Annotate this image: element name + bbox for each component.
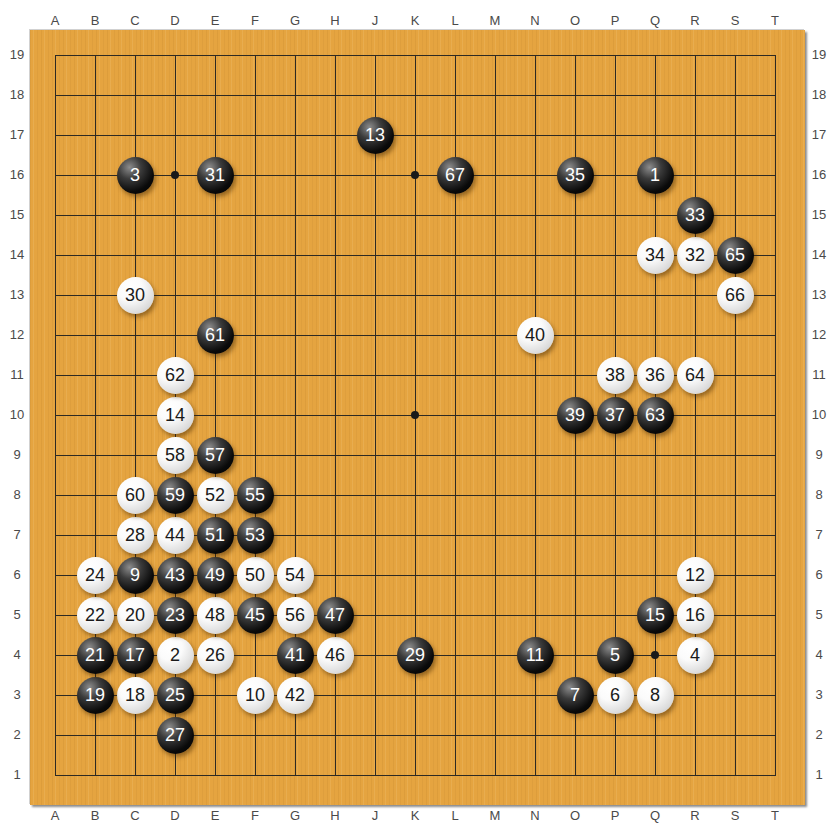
stone-white-20-c5: 20 — [117, 597, 154, 634]
move-number: 15 — [645, 606, 665, 624]
move-number: 30 — [125, 286, 145, 304]
grid-line-vertical — [775, 55, 776, 776]
coord-label-top-e: E — [202, 13, 228, 28]
coord-label-left-14: 14 — [4, 247, 30, 262]
stone-white-64-r11: 64 — [677, 357, 714, 394]
move-number: 2 — [170, 646, 180, 664]
stone-white-38-p11: 38 — [597, 357, 634, 394]
stone-black-3-c16: 3 — [117, 157, 154, 194]
stone-white-10-f3: 10 — [237, 677, 274, 714]
coord-label-top-d: D — [162, 13, 188, 28]
coord-label-right-9: 9 — [806, 447, 832, 462]
coord-label-top-m: M — [482, 13, 508, 28]
coord-label-top-c: C — [122, 13, 148, 28]
stone-white-60-c8: 60 — [117, 477, 154, 514]
stone-white-18-c3: 18 — [117, 677, 154, 714]
move-number: 6 — [610, 686, 620, 704]
move-number: 13 — [365, 126, 385, 144]
coord-label-left-11: 11 — [4, 367, 30, 382]
coord-label-right-10: 10 — [806, 407, 832, 422]
move-number: 43 — [165, 566, 185, 584]
move-number: 29 — [405, 646, 425, 664]
coord-label-left-7: 7 — [4, 527, 30, 542]
coord-label-bottom-f: F — [242, 808, 268, 823]
coord-label-right-2: 2 — [806, 727, 832, 742]
move-number: 42 — [285, 686, 305, 704]
move-number: 24 — [85, 566, 105, 584]
move-number: 62 — [165, 366, 185, 384]
stone-black-53-f7: 53 — [237, 517, 274, 554]
move-number: 11 — [526, 646, 545, 664]
move-number: 56 — [285, 606, 305, 624]
stone-black-41-g4: 41 — [277, 637, 314, 674]
move-number: 23 — [165, 606, 185, 624]
coord-label-right-12: 12 — [806, 327, 832, 342]
move-number: 10 — [245, 686, 265, 704]
move-number: 55 — [245, 486, 265, 504]
coord-label-bottom-j: J — [362, 808, 388, 823]
stone-black-39-o10: 39 — [557, 397, 594, 434]
stone-white-24-b6: 24 — [77, 557, 114, 594]
coord-label-left-12: 12 — [4, 327, 30, 342]
go-kifu-page: ABCDEFGHJKLMNOPQRST ABCDEFGHJKLMNOPQRST … — [0, 0, 835, 835]
stone-white-34-q14: 34 — [637, 237, 674, 274]
move-number: 54 — [285, 566, 305, 584]
coord-label-top-q: Q — [642, 13, 668, 28]
coord-label-bottom-q: Q — [642, 808, 668, 823]
move-number: 37 — [605, 406, 625, 424]
stone-black-31-e16: 31 — [197, 157, 234, 194]
move-number: 35 — [565, 166, 585, 184]
coord-label-left-15: 15 — [4, 207, 30, 222]
move-number: 58 — [165, 446, 185, 464]
star-point-q4 — [651, 651, 659, 659]
coord-label-right-6: 6 — [806, 567, 832, 582]
move-number: 67 — [445, 166, 465, 184]
move-number: 46 — [325, 646, 345, 664]
coord-label-top-s: S — [722, 13, 748, 28]
move-number: 61 — [205, 326, 225, 344]
move-number: 14 — [165, 406, 185, 424]
coord-label-right-15: 15 — [806, 207, 832, 222]
stone-black-47-h5: 47 — [317, 597, 354, 634]
stone-white-46-h4: 46 — [317, 637, 354, 674]
move-number: 45 — [245, 606, 265, 624]
coord-label-top-f: F — [242, 13, 268, 28]
grid-line-vertical — [495, 55, 496, 776]
move-number: 51 — [205, 526, 225, 544]
stone-white-16-r5: 16 — [677, 597, 714, 634]
move-number: 26 — [205, 646, 225, 664]
grid-line-horizontal — [55, 775, 776, 776]
stone-black-25-d3: 25 — [157, 677, 194, 714]
stone-white-8-q3: 8 — [637, 677, 674, 714]
coord-label-left-8: 8 — [4, 487, 30, 502]
stone-black-7-o3: 7 — [557, 677, 594, 714]
coord-label-bottom-p: P — [602, 808, 628, 823]
move-number: 16 — [685, 606, 705, 624]
coord-label-top-b: B — [82, 13, 108, 28]
coord-label-right-16: 16 — [806, 167, 832, 182]
coord-label-top-r: R — [682, 13, 708, 28]
stone-black-35-o16: 35 — [557, 157, 594, 194]
move-number: 19 — [85, 686, 105, 704]
stone-white-48-e5: 48 — [197, 597, 234, 634]
coord-label-left-2: 2 — [4, 727, 30, 742]
coord-label-right-13: 13 — [806, 287, 832, 302]
coord-label-top-g: G — [282, 13, 308, 28]
coord-label-top-n: N — [522, 13, 548, 28]
move-number: 63 — [645, 406, 665, 424]
move-number: 20 — [125, 606, 145, 624]
coord-label-top-t: T — [762, 13, 788, 28]
move-number: 65 — [725, 246, 745, 264]
stone-white-58-d9: 58 — [157, 437, 194, 474]
stone-black-21-b4: 21 — [77, 637, 114, 674]
stone-black-33-r15: 33 — [677, 197, 714, 234]
coord-label-bottom-d: D — [162, 808, 188, 823]
stone-black-65-s14: 65 — [717, 237, 754, 274]
move-number: 53 — [245, 526, 265, 544]
stone-white-66-s13: 66 — [717, 277, 754, 314]
grid-line-vertical — [735, 55, 736, 776]
stone-white-42-g3: 42 — [277, 677, 314, 714]
coord-label-left-16: 16 — [4, 167, 30, 182]
move-number: 38 — [605, 366, 625, 384]
coord-label-left-3: 3 — [4, 687, 30, 702]
stone-black-67-l16: 67 — [437, 157, 474, 194]
stone-white-14-d10: 14 — [157, 397, 194, 434]
move-number: 64 — [685, 366, 705, 384]
star-point-k10 — [411, 411, 419, 419]
stone-black-9-c6: 9 — [117, 557, 154, 594]
coord-label-left-6: 6 — [4, 567, 30, 582]
stone-black-43-d6: 43 — [157, 557, 194, 594]
stone-black-59-d8: 59 — [157, 477, 194, 514]
stone-white-50-f6: 50 — [237, 557, 274, 594]
stone-black-19-b3: 19 — [77, 677, 114, 714]
coord-label-bottom-s: S — [722, 808, 748, 823]
stone-white-22-b5: 22 — [77, 597, 114, 634]
move-number: 25 — [165, 686, 185, 704]
move-number: 31 — [205, 166, 225, 184]
stone-black-1-q16: 1 — [637, 157, 674, 194]
coord-label-left-10: 10 — [4, 407, 30, 422]
coord-label-bottom-l: L — [442, 808, 468, 823]
move-number: 36 — [645, 366, 665, 384]
move-number: 12 — [685, 566, 705, 584]
stone-white-4-r4: 4 — [677, 637, 714, 674]
coord-label-right-1: 1 — [806, 767, 832, 782]
coord-label-left-19: 19 — [4, 47, 30, 62]
coord-label-bottom-h: H — [322, 808, 348, 823]
stone-white-52-e8: 52 — [197, 477, 234, 514]
stone-white-62-d11: 62 — [157, 357, 194, 394]
coord-label-bottom-m: M — [482, 808, 508, 823]
coord-label-right-17: 17 — [806, 127, 832, 142]
move-number: 27 — [165, 726, 185, 744]
stone-white-28-c7: 28 — [117, 517, 154, 554]
coord-label-top-l: L — [442, 13, 468, 28]
stone-black-57-e9: 57 — [197, 437, 234, 474]
move-number: 17 — [125, 646, 145, 664]
goban-board[interactable]: 1234567891011121314151617181920212223242… — [30, 30, 805, 805]
coord-label-right-19: 19 — [806, 47, 832, 62]
coord-label-bottom-t: T — [762, 808, 788, 823]
move-number: 57 — [205, 446, 225, 464]
coord-label-bottom-g: G — [282, 808, 308, 823]
stone-white-54-g6: 54 — [277, 557, 314, 594]
move-number: 21 — [85, 646, 105, 664]
coord-label-top-k: K — [402, 13, 428, 28]
stone-white-40-n12: 40 — [517, 317, 554, 354]
stone-white-6-p3: 6 — [597, 677, 634, 714]
coord-label-left-17: 17 — [4, 127, 30, 142]
move-number: 48 — [205, 606, 225, 624]
stone-black-55-f8: 55 — [237, 477, 274, 514]
move-number: 52 — [205, 486, 225, 504]
coord-label-right-11: 11 — [806, 367, 832, 382]
stone-black-5-p4: 5 — [597, 637, 634, 674]
coord-label-right-18: 18 — [806, 87, 832, 102]
coord-label-left-13: 13 — [4, 287, 30, 302]
stone-white-30-c13: 30 — [117, 277, 154, 314]
move-number: 39 — [565, 406, 585, 424]
coord-label-top-j: J — [362, 13, 388, 28]
move-number: 59 — [165, 486, 185, 504]
move-number: 47 — [325, 606, 345, 624]
move-number: 4 — [690, 646, 700, 664]
stone-black-27-d2: 27 — [157, 717, 194, 754]
coord-label-left-5: 5 — [4, 607, 30, 622]
coord-label-left-18: 18 — [4, 87, 30, 102]
move-number: 50 — [245, 566, 265, 584]
move-number: 18 — [125, 686, 145, 704]
move-number: 44 — [165, 526, 185, 544]
stone-white-44-d7: 44 — [157, 517, 194, 554]
move-number: 41 — [285, 646, 305, 664]
coord-label-right-5: 5 — [806, 607, 832, 622]
coord-label-bottom-n: N — [522, 808, 548, 823]
coord-label-right-4: 4 — [806, 647, 832, 662]
stone-black-37-p10: 37 — [597, 397, 634, 434]
move-number: 60 — [125, 486, 145, 504]
coord-label-bottom-e: E — [202, 808, 228, 823]
coord-label-bottom-o: O — [562, 808, 588, 823]
coord-label-right-7: 7 — [806, 527, 832, 542]
stone-white-32-r14: 32 — [677, 237, 714, 274]
stone-black-63-q10: 63 — [637, 397, 674, 434]
move-number: 22 — [85, 606, 105, 624]
move-number: 8 — [650, 686, 660, 704]
stone-black-29-k4: 29 — [397, 637, 434, 674]
move-number: 34 — [645, 246, 665, 264]
move-number: 49 — [205, 566, 225, 584]
stone-black-15-q5: 15 — [637, 597, 674, 634]
coord-label-right-14: 14 — [806, 247, 832, 262]
move-number: 1 — [650, 166, 660, 184]
coord-label-top-a: A — [42, 13, 68, 28]
stone-black-45-f5: 45 — [237, 597, 274, 634]
star-point-d16 — [171, 171, 179, 179]
stone-black-11-n4: 11 — [517, 637, 554, 674]
coord-label-left-9: 9 — [4, 447, 30, 462]
coord-label-top-o: O — [562, 13, 588, 28]
move-number: 32 — [685, 246, 705, 264]
stone-black-23-d5: 23 — [157, 597, 194, 634]
stone-white-12-r6: 12 — [677, 557, 714, 594]
coord-label-bottom-k: K — [402, 808, 428, 823]
coord-label-bottom-r: R — [682, 808, 708, 823]
stone-black-51-e7: 51 — [197, 517, 234, 554]
coord-label-bottom-c: C — [122, 808, 148, 823]
stone-white-36-q11: 36 — [637, 357, 674, 394]
stone-black-13-j17: 13 — [357, 117, 394, 154]
move-number: 9 — [130, 566, 140, 584]
star-point-k16 — [411, 171, 419, 179]
move-number: 7 — [570, 686, 580, 704]
coord-label-top-h: H — [322, 13, 348, 28]
move-number: 3 — [130, 166, 140, 184]
stone-white-2-d4: 2 — [157, 637, 194, 674]
coord-label-bottom-a: A — [42, 808, 68, 823]
move-number: 5 — [610, 646, 620, 664]
coord-label-right-8: 8 — [806, 487, 832, 502]
stone-black-17-c4: 17 — [117, 637, 154, 674]
stone-black-61-e12: 61 — [197, 317, 234, 354]
coord-label-left-1: 1 — [4, 767, 30, 782]
move-number: 28 — [125, 526, 145, 544]
stone-black-49-e6: 49 — [197, 557, 234, 594]
move-number: 33 — [685, 206, 705, 224]
coord-label-right-3: 3 — [806, 687, 832, 702]
move-number: 40 — [525, 326, 545, 344]
coord-label-top-p: P — [602, 13, 628, 28]
stone-white-56-g5: 56 — [277, 597, 314, 634]
coord-label-bottom-b: B — [82, 808, 108, 823]
coord-label-left-4: 4 — [4, 647, 30, 662]
stone-white-26-e4: 26 — [197, 637, 234, 674]
move-number: 66 — [725, 286, 745, 304]
